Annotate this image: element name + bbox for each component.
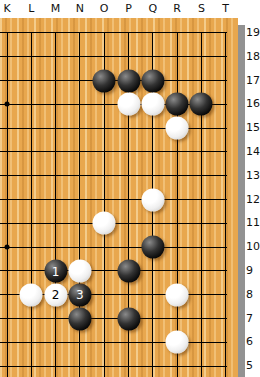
board-intersection[interactable] <box>116 116 140 140</box>
white-stone <box>93 212 116 235</box>
board-intersection[interactable] <box>43 92 67 116</box>
board-intersection[interactable] <box>19 307 43 331</box>
board-intersection[interactable] <box>141 354 165 377</box>
row-labels: 1918171615141312111098765 <box>246 0 260 377</box>
board-intersection[interactable] <box>68 354 92 377</box>
black-stone <box>190 93 213 116</box>
board-intersection[interactable] <box>116 211 140 235</box>
board-intersection[interactable] <box>165 45 189 69</box>
board-intersection[interactable] <box>68 69 92 93</box>
board-intersection[interactable] <box>92 92 116 116</box>
board-intersection[interactable] <box>116 354 140 377</box>
board-intersection[interactable] <box>189 259 213 283</box>
board-intersection[interactable] <box>0 330 19 354</box>
board-intersection[interactable] <box>165 259 189 283</box>
board-intersection[interactable] <box>214 92 238 116</box>
board-intersection[interactable] <box>189 307 213 331</box>
row-label-7: 7 <box>246 311 253 327</box>
board-intersection[interactable] <box>0 354 19 377</box>
board-intersection[interactable] <box>116 188 140 212</box>
star-point-k16 <box>5 102 10 107</box>
board-intersection[interactable] <box>189 354 213 377</box>
board-intersection[interactable] <box>19 69 43 93</box>
white-stone <box>166 117 189 140</box>
board-intersection[interactable] <box>92 283 116 307</box>
row-label-14: 14 <box>246 144 260 160</box>
board-intersection[interactable] <box>19 45 43 69</box>
row-label-11: 11 <box>246 215 260 231</box>
board-intersection[interactable] <box>68 116 92 140</box>
board-intersection[interactable] <box>92 330 116 354</box>
star-point-k10 <box>5 245 10 250</box>
row-label-8: 8 <box>246 287 253 303</box>
white-stone <box>166 331 189 354</box>
white-stone <box>141 93 164 116</box>
board-intersection[interactable] <box>165 164 189 188</box>
board-intersection[interactable] <box>68 330 92 354</box>
board-intersection[interactable] <box>214 307 238 331</box>
board-intersection[interactable] <box>92 45 116 69</box>
board-intersection[interactable] <box>68 21 92 45</box>
board-intersection[interactable] <box>0 211 19 235</box>
board-intersection[interactable] <box>214 45 238 69</box>
board-intersection[interactable] <box>43 45 67 69</box>
board-intersection[interactable] <box>214 116 238 140</box>
board-intersection[interactable] <box>116 164 140 188</box>
board-intersection[interactable] <box>43 69 67 93</box>
board-intersection[interactable] <box>214 211 238 235</box>
column-labels: KLMNOPQRST <box>0 0 260 18</box>
board-intersection[interactable] <box>165 354 189 377</box>
board-intersection[interactable] <box>189 188 213 212</box>
board-intersection[interactable] <box>116 283 140 307</box>
board-intersection[interactable] <box>92 354 116 377</box>
row-label-5: 5 <box>246 358 253 374</box>
board-intersection[interactable] <box>214 140 238 164</box>
black-stone <box>68 307 91 330</box>
board-intersection[interactable] <box>214 69 238 93</box>
board-intersection[interactable] <box>0 235 19 259</box>
board-intersection[interactable] <box>0 259 19 283</box>
board-intersection[interactable] <box>214 235 238 259</box>
black-stone-move-3: 3 <box>68 283 91 306</box>
board-intersection[interactable] <box>189 116 213 140</box>
column-label-s: S <box>198 2 205 16</box>
board-intersection[interactable] <box>165 307 189 331</box>
board-intersection[interactable] <box>116 235 140 259</box>
board-intersection[interactable] <box>92 140 116 164</box>
column-label-t: T <box>222 2 229 16</box>
board-intersection[interactable] <box>68 45 92 69</box>
board-intersection[interactable] <box>0 21 19 45</box>
row-label-19: 19 <box>246 25 260 41</box>
board-intersection[interactable] <box>141 307 165 331</box>
board-intersection[interactable] <box>68 211 92 235</box>
white-stone <box>166 283 189 306</box>
black-stone <box>141 236 164 259</box>
board-intersection[interactable] <box>0 69 19 93</box>
board-intersection[interactable] <box>68 164 92 188</box>
black-stone <box>93 69 116 92</box>
row-label-18: 18 <box>246 49 260 65</box>
board-intersection[interactable] <box>19 92 43 116</box>
board-intersection[interactable] <box>68 92 92 116</box>
board-intersection[interactable] <box>141 116 165 140</box>
board-intersection[interactable] <box>165 211 189 235</box>
board-intersection[interactable] <box>19 116 43 140</box>
board-intersection[interactable] <box>92 188 116 212</box>
board-intersection[interactable] <box>189 283 213 307</box>
board-intersection[interactable] <box>214 259 238 283</box>
board-intersection[interactable] <box>165 235 189 259</box>
row-label-17: 17 <box>246 73 260 89</box>
board-intersection[interactable] <box>92 307 116 331</box>
go-board[interactable]: 132 <box>0 18 238 377</box>
board-intersection[interactable] <box>214 164 238 188</box>
board-intersection[interactable] <box>43 164 67 188</box>
board-intersection[interactable] <box>19 354 43 377</box>
white-stone <box>20 283 43 306</box>
board-intersection[interactable] <box>92 235 116 259</box>
board-intersection[interactable] <box>19 211 43 235</box>
board-intersection[interactable] <box>141 330 165 354</box>
column-label-r: R <box>173 2 181 16</box>
row-label-13: 13 <box>246 168 260 184</box>
board-intersection[interactable] <box>19 188 43 212</box>
board-intersection[interactable] <box>0 188 19 212</box>
board-intersection[interactable] <box>0 116 19 140</box>
board-intersection[interactable] <box>19 21 43 45</box>
board-intersection[interactable] <box>0 92 19 116</box>
board-intersection[interactable] <box>0 164 19 188</box>
board-intersection[interactable] <box>214 188 238 212</box>
board-intersection[interactable] <box>189 21 213 45</box>
black-stone-move-1: 1 <box>44 260 67 283</box>
board-intersection[interactable] <box>43 235 67 259</box>
column-label-l: L <box>28 2 34 16</box>
board-intersection[interactable] <box>43 307 67 331</box>
black-stone <box>117 307 140 330</box>
board-intersection[interactable] <box>214 283 238 307</box>
board-intersection[interactable] <box>92 259 116 283</box>
board-intersection[interactable] <box>92 116 116 140</box>
board-intersection[interactable] <box>19 164 43 188</box>
column-label-o: O <box>100 2 109 16</box>
board-intersection[interactable] <box>68 188 92 212</box>
board-intersection[interactable] <box>214 354 238 377</box>
board-intersection[interactable] <box>165 140 189 164</box>
board-intersection[interactable] <box>43 140 67 164</box>
board-intersection[interactable] <box>141 211 165 235</box>
board-intersection[interactable] <box>189 235 213 259</box>
board-intersection[interactable] <box>214 330 238 354</box>
row-label-16: 16 <box>246 96 260 112</box>
board-intersection[interactable] <box>43 211 67 235</box>
board-intersection[interactable] <box>43 330 67 354</box>
white-stone <box>68 260 91 283</box>
white-stone <box>141 188 164 211</box>
board-intersection[interactable] <box>165 69 189 93</box>
board-intersection[interactable] <box>0 307 19 331</box>
black-stone <box>141 69 164 92</box>
board-intersection[interactable] <box>43 188 67 212</box>
white-stone-move-2: 2 <box>44 283 67 306</box>
black-stone <box>117 69 140 92</box>
board-intersection[interactable] <box>68 140 92 164</box>
board-intersection[interactable] <box>214 21 238 45</box>
board-intersection[interactable] <box>19 259 43 283</box>
board-intersection[interactable] <box>116 330 140 354</box>
board-intersection[interactable] <box>189 330 213 354</box>
board-intersection[interactable] <box>141 259 165 283</box>
board-intersection[interactable] <box>19 330 43 354</box>
board-intersection[interactable] <box>165 188 189 212</box>
board-intersection[interactable] <box>19 140 43 164</box>
column-label-n: N <box>76 2 84 16</box>
board-intersection[interactable] <box>0 140 19 164</box>
white-stone <box>117 93 140 116</box>
board-intersection[interactable] <box>0 45 19 69</box>
board-intersection[interactable] <box>141 164 165 188</box>
board-intersection[interactable] <box>189 211 213 235</box>
board-intersection[interactable] <box>43 21 67 45</box>
board-intersection[interactable] <box>189 69 213 93</box>
board-intersection[interactable] <box>116 21 140 45</box>
column-label-q: Q <box>148 2 157 16</box>
board-intersection[interactable] <box>68 235 92 259</box>
black-stone <box>117 260 140 283</box>
go-diagram: KLMNOPQRST 132 1918171615141312111098765 <box>0 0 260 377</box>
board-intersection[interactable] <box>43 354 67 377</box>
board-intersection[interactable] <box>189 140 213 164</box>
board-intersection[interactable] <box>0 283 19 307</box>
board-intersection[interactable] <box>19 235 43 259</box>
board-intersection[interactable] <box>189 164 213 188</box>
board-intersection[interactable] <box>43 116 67 140</box>
board-intersection[interactable] <box>141 45 165 69</box>
board-intersection[interactable] <box>141 140 165 164</box>
board-intersection[interactable] <box>141 21 165 45</box>
row-label-9: 9 <box>246 263 253 279</box>
row-label-12: 12 <box>246 192 260 208</box>
board-intersection[interactable] <box>165 21 189 45</box>
board-intersection[interactable] <box>141 283 165 307</box>
board-intersection[interactable] <box>189 45 213 69</box>
column-label-p: P <box>125 2 132 16</box>
row-label-6: 6 <box>246 334 253 350</box>
black-stone <box>166 93 189 116</box>
column-label-k: K <box>3 2 10 16</box>
board-intersection[interactable] <box>92 164 116 188</box>
board-shadow <box>238 25 245 377</box>
column-label-m: M <box>51 2 61 16</box>
board-intersection[interactable] <box>116 45 140 69</box>
row-label-15: 15 <box>246 120 260 136</box>
board-intersection[interactable] <box>92 21 116 45</box>
board-intersection[interactable] <box>116 140 140 164</box>
row-label-10: 10 <box>246 239 260 255</box>
